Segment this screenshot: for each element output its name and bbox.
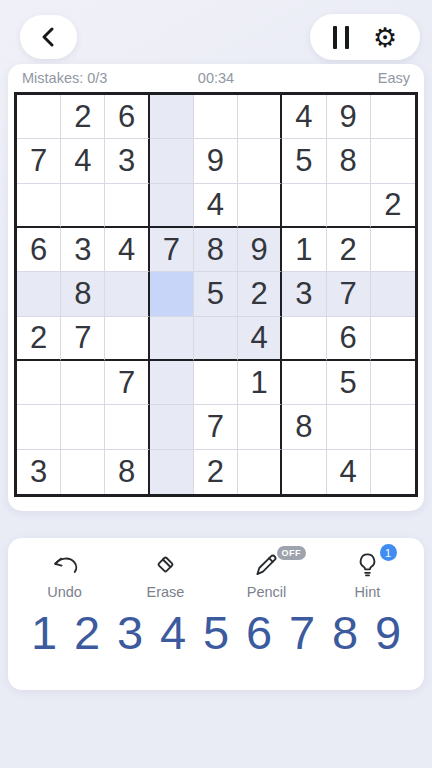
cell-r2c1[interactable]: 7 <box>17 139 61 183</box>
keypad-digit-5[interactable]: 5 <box>196 606 236 660</box>
cell-r3c7[interactable] <box>282 184 326 228</box>
cell-r8c4[interactable] <box>150 405 194 449</box>
undo-button[interactable]: Undo <box>23 551 107 600</box>
mistakes-counter: Mistakes: 0/3 <box>22 70 198 86</box>
keypad-digit-4[interactable]: 4 <box>153 606 193 660</box>
cell-r4c9[interactable] <box>371 228 415 272</box>
cell-r9c2[interactable] <box>61 450 105 494</box>
cell-r5c4[interactable] <box>150 272 194 316</box>
cell-r1c5[interactable] <box>194 95 238 139</box>
cell-r5c7[interactable]: 3 <box>282 272 326 316</box>
hint-count-badge: 1 <box>380 544 397 561</box>
cell-r7c8[interactable]: 5 <box>327 361 371 405</box>
hint-button[interactable]: 1 Hint <box>326 551 410 600</box>
sudoku-board: 26497439584263478912852372746715783824 <box>14 92 418 497</box>
cell-r8c8[interactable] <box>327 405 371 449</box>
cell-r3c5[interactable]: 4 <box>194 184 238 228</box>
cell-r2c7[interactable]: 5 <box>282 139 326 183</box>
cell-r4c8[interactable]: 2 <box>327 228 371 272</box>
cell-r3c8[interactable] <box>327 184 371 228</box>
cell-r8c7[interactable]: 8 <box>282 405 326 449</box>
cell-r9c5[interactable]: 2 <box>194 450 238 494</box>
top-right-controls: ⚙ <box>310 14 420 60</box>
cell-r6c9[interactable] <box>371 317 415 361</box>
erase-label: Erase <box>147 584 185 600</box>
cell-r5c2[interactable]: 8 <box>61 272 105 316</box>
pencil-label: Pencil <box>247 584 287 600</box>
cell-r9c3[interactable]: 8 <box>105 450 149 494</box>
cell-r9c6[interactable] <box>238 450 282 494</box>
hint-bulb-icon <box>354 551 381 579</box>
timer: 00:34 <box>198 70 234 86</box>
cell-r5c8[interactable]: 7 <box>327 272 371 316</box>
cell-r4c5[interactable]: 8 <box>194 228 238 272</box>
pause-button[interactable] <box>333 26 349 49</box>
cell-r8c3[interactable] <box>105 405 149 449</box>
cell-r5c6[interactable]: 2 <box>238 272 282 316</box>
hint-label: Hint <box>355 584 381 600</box>
cell-r7c7[interactable] <box>282 361 326 405</box>
cell-r1c8[interactable]: 9 <box>327 95 371 139</box>
undo-icon <box>50 551 80 579</box>
cell-r7c6[interactable]: 1 <box>238 361 282 405</box>
cell-r2c3[interactable]: 3 <box>105 139 149 183</box>
cell-r1c3[interactable]: 6 <box>105 95 149 139</box>
cell-r5c1[interactable] <box>17 272 61 316</box>
cell-r2c2[interactable]: 4 <box>61 139 105 183</box>
cell-r3c3[interactable] <box>105 184 149 228</box>
keypad-digit-3[interactable]: 3 <box>110 606 150 660</box>
cell-r4c2[interactable]: 3 <box>61 228 105 272</box>
cell-r8c5[interactable]: 7 <box>194 405 238 449</box>
cell-r9c4[interactable] <box>150 450 194 494</box>
board-panel: Mistakes: 0/3 00:34 Easy 264974395842634… <box>8 64 424 511</box>
cell-r1c9[interactable] <box>371 95 415 139</box>
cell-r9c1[interactable]: 3 <box>17 450 61 494</box>
back-button[interactable] <box>20 15 77 59</box>
cell-r8c6[interactable] <box>238 405 282 449</box>
pencil-button[interactable]: OFF Pencil <box>225 551 309 600</box>
cell-r6c1[interactable]: 2 <box>17 317 61 361</box>
cell-r1c6[interactable] <box>238 95 282 139</box>
cell-r1c7[interactable]: 4 <box>282 95 326 139</box>
toolbar-card: Undo Erase OFF Pencil <box>8 538 424 690</box>
status-bar: Mistakes: 0/3 00:34 Easy <box>8 64 424 91</box>
cell-r1c1[interactable] <box>17 95 61 139</box>
cell-r3c2[interactable] <box>61 184 105 228</box>
cell-r4c1[interactable]: 6 <box>17 228 61 272</box>
cell-r9c9[interactable] <box>371 450 415 494</box>
undo-label: Undo <box>47 584 82 600</box>
cell-r6c8[interactable]: 6 <box>327 317 371 361</box>
keypad-digit-7[interactable]: 7 <box>282 606 322 660</box>
cell-r2c4[interactable] <box>150 139 194 183</box>
cell-r2c5[interactable]: 9 <box>194 139 238 183</box>
cell-r3c6[interactable] <box>238 184 282 228</box>
cell-r2c6[interactable] <box>238 139 282 183</box>
cell-r9c8[interactable]: 4 <box>327 450 371 494</box>
back-chevron-icon <box>38 26 60 48</box>
cell-r8c1[interactable] <box>17 405 61 449</box>
tools-row: Undo Erase OFF Pencil <box>8 538 424 600</box>
cell-r6c6[interactable]: 4 <box>238 317 282 361</box>
cell-r4c4[interactable]: 7 <box>150 228 194 272</box>
cell-r6c5[interactable] <box>194 317 238 361</box>
cell-r7c3[interactable]: 7 <box>105 361 149 405</box>
keypad-digit-9[interactable]: 9 <box>368 606 408 660</box>
cell-r3c9[interactable]: 2 <box>371 184 415 228</box>
difficulty-label: Easy <box>234 70 410 86</box>
cell-r3c4[interactable] <box>150 184 194 228</box>
cell-r4c7[interactable]: 1 <box>282 228 326 272</box>
pencil-off-badge: OFF <box>277 546 307 560</box>
cell-r4c6[interactable]: 9 <box>238 228 282 272</box>
cell-r6c7[interactable] <box>282 317 326 361</box>
cell-r7c1[interactable] <box>17 361 61 405</box>
keypad-digit-2[interactable]: 2 <box>67 606 107 660</box>
cell-r7c5[interactable] <box>194 361 238 405</box>
cell-r3c1[interactable] <box>17 184 61 228</box>
cell-r5c9[interactable] <box>371 272 415 316</box>
cell-r1c4[interactable] <box>150 95 194 139</box>
keypad-digit-6[interactable]: 6 <box>239 606 279 660</box>
cell-r7c2[interactable] <box>61 361 105 405</box>
cell-r5c5[interactable]: 5 <box>194 272 238 316</box>
cell-r7c4[interactable] <box>150 361 194 405</box>
cell-r2c8[interactable]: 8 <box>327 139 371 183</box>
cell-r5c3[interactable] <box>105 272 149 316</box>
cell-r4c3[interactable]: 4 <box>105 228 149 272</box>
cell-r9c7[interactable] <box>282 450 326 494</box>
settings-gear-icon[interactable]: ⚙ <box>373 24 397 51</box>
keypad-digit-1[interactable]: 1 <box>24 606 64 660</box>
cell-r1c2[interactable]: 2 <box>61 95 105 139</box>
erase-button[interactable]: Erase <box>124 551 208 600</box>
number-keypad: 123456789 <box>8 600 424 660</box>
cell-r8c9[interactable] <box>371 405 415 449</box>
cell-r6c2[interactable]: 7 <box>61 317 105 361</box>
eraser-icon <box>151 551 180 579</box>
cell-r6c4[interactable] <box>150 317 194 361</box>
cell-r7c9[interactable] <box>371 361 415 405</box>
cell-r6c3[interactable] <box>105 317 149 361</box>
cell-r8c2[interactable] <box>61 405 105 449</box>
keypad-digit-8[interactable]: 8 <box>325 606 365 660</box>
cell-r2c9[interactable] <box>371 139 415 183</box>
